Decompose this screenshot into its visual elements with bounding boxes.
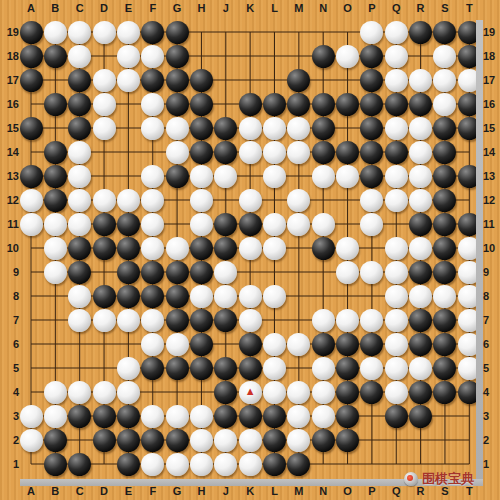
black-stone [93,405,116,428]
white-stone [385,189,408,212]
black-stone [433,213,456,236]
black-stone [409,93,432,116]
coord-top-O: O [340,2,356,14]
black-stone [433,237,456,260]
white-stone [287,141,310,164]
white-stone [214,261,237,284]
black-stone [44,93,67,116]
white-stone [433,93,456,116]
black-stone [433,141,456,164]
black-stone [263,405,286,428]
white-stone [336,45,359,68]
black-stone [166,45,189,68]
white-stone [166,405,189,428]
white-stone [312,381,335,404]
white-stone [141,117,164,140]
black-stone [263,429,286,452]
coord-top-J: J [218,2,234,14]
black-stone [239,357,262,380]
black-stone [117,429,140,452]
white-stone [44,381,67,404]
coord-bottom-R: R [413,485,429,497]
black-stone [312,93,335,116]
coord-left-12: 12 [2,194,19,206]
white-stone [385,261,408,284]
white-stone [93,69,116,92]
black-stone [141,21,164,44]
coord-top-T: T [461,2,477,14]
white-stone [287,117,310,140]
black-stone [190,309,213,332]
white-stone [263,117,286,140]
coord-right-15: 15 [483,122,500,134]
black-stone [68,93,91,116]
white-stone [68,165,91,188]
black-stone [336,405,359,428]
white-stone [385,21,408,44]
coord-left-9: 9 [2,266,19,278]
white-stone [263,213,286,236]
coord-left-2: 2 [2,434,19,446]
white-stone [166,237,189,260]
coord-bottom-M: M [291,485,307,497]
white-stone [336,261,359,284]
coord-left-8: 8 [2,290,19,302]
white-stone [409,357,432,380]
coord-top-L: L [267,2,283,14]
black-stone [360,333,383,356]
white-stone [93,381,116,404]
white-stone [239,285,262,308]
black-stone [312,333,335,356]
coord-right-16: 16 [483,98,500,110]
white-stone [385,45,408,68]
black-stone [433,165,456,188]
white-stone [385,117,408,140]
coord-left-18: 18 [2,50,19,62]
white-stone [44,213,67,236]
black-stone [214,309,237,332]
white-stone [141,309,164,332]
coord-right-12: 12 [483,194,500,206]
coord-top-B: B [47,2,63,14]
white-stone [239,237,262,260]
coord-right-18: 18 [483,50,500,62]
black-stone [20,117,43,140]
black-stone [166,285,189,308]
black-stone [117,261,140,284]
white-stone [360,189,383,212]
black-stone [166,21,189,44]
coord-left-1: 1 [2,458,19,470]
black-stone [44,429,67,452]
go-app-window: ▲ 围棋宝典 AABBCCDDEEFFGGHHJJKKLLMMNNOOPPQQR… [0,0,500,500]
coord-top-N: N [315,2,331,14]
black-stone [433,261,456,284]
black-stone [166,357,189,380]
white-stone [141,405,164,428]
coord-top-Q: Q [388,2,404,14]
white-stone [44,261,67,284]
white-stone [336,165,359,188]
white-stone [263,285,286,308]
black-stone [117,453,140,476]
white-stone [93,189,116,212]
coord-left-5: 5 [2,362,19,374]
white-stone [385,237,408,260]
white-stone [190,165,213,188]
black-stone [214,405,237,428]
white-stone [190,285,213,308]
white-stone [166,333,189,356]
white-stone [263,357,286,380]
white-stone [44,21,67,44]
black-stone [141,357,164,380]
white-stone [385,309,408,332]
black-stone [287,93,310,116]
white-stone [166,141,189,164]
black-stone [190,141,213,164]
white-stone [44,237,67,260]
white-stone [117,45,140,68]
white-stone [117,189,140,212]
black-stone [93,237,116,260]
black-stone [93,213,116,236]
black-stone [409,381,432,404]
black-stone [336,93,359,116]
white-stone [263,237,286,260]
white-stone [263,381,286,404]
white-stone [93,93,116,116]
black-stone [44,165,67,188]
coord-left-13: 13 [2,170,19,182]
white-stone [385,357,408,380]
black-stone [214,213,237,236]
black-stone [214,141,237,164]
white-stone [141,213,164,236]
white-stone [190,405,213,428]
black-stone [44,453,67,476]
white-stone [385,165,408,188]
coord-bottom-C: C [72,485,88,497]
black-stone [336,381,359,404]
white-stone [141,453,164,476]
black-stone [360,45,383,68]
white-stone [312,309,335,332]
coord-left-3: 3 [2,410,19,422]
coord-left-19: 19 [2,26,19,38]
white-stone [117,69,140,92]
white-stone [166,453,189,476]
black-stone [239,93,262,116]
coord-bottom-K: K [242,485,258,497]
black-stone [190,93,213,116]
coord-top-E: E [120,2,136,14]
coord-top-F: F [145,2,161,14]
coord-bottom-B: B [47,485,63,497]
black-stone [312,117,335,140]
coord-top-S: S [437,2,453,14]
black-stone [385,93,408,116]
black-stone [117,213,140,236]
black-stone [20,45,43,68]
coord-right-1: 1 [483,458,500,470]
white-stone [409,117,432,140]
coord-top-D: D [96,2,112,14]
coord-bottom-H: H [193,485,209,497]
white-stone [409,285,432,308]
black-stone [409,213,432,236]
white-stone [287,405,310,428]
coord-bottom-T: T [461,485,477,497]
black-stone [20,69,43,92]
coord-left-17: 17 [2,74,19,86]
black-stone [312,429,335,452]
coord-bottom-A: A [23,485,39,497]
coord-top-A: A [23,2,39,14]
white-stone [190,189,213,212]
black-stone [336,141,359,164]
white-stone [68,21,91,44]
coord-left-4: 4 [2,386,19,398]
black-stone [141,69,164,92]
coord-bottom-Q: Q [388,485,404,497]
black-stone [44,45,67,68]
black-stone [239,405,262,428]
coord-bottom-E: E [120,485,136,497]
white-stone [263,141,286,164]
black-stone [141,285,164,308]
black-stone [433,333,456,356]
white-stone [68,213,91,236]
coord-bottom-J: J [218,485,234,497]
coord-top-P: P [364,2,380,14]
black-stone [263,93,286,116]
white-stone [214,165,237,188]
black-stone [166,309,189,332]
black-stone [190,69,213,92]
coord-bottom-D: D [96,485,112,497]
white-stone [360,21,383,44]
black-stone [166,93,189,116]
white-stone [117,309,140,332]
black-stone [360,117,383,140]
coord-left-7: 7 [2,314,19,326]
white-stone [239,141,262,164]
black-stone [68,453,91,476]
black-stone [190,117,213,140]
white-stone [141,189,164,212]
white-stone [68,189,91,212]
coord-top-R: R [413,2,429,14]
black-stone [312,45,335,68]
coord-left-6: 6 [2,338,19,350]
white-stone [385,333,408,356]
black-stone [360,93,383,116]
black-stone [141,429,164,452]
coord-right-8: 8 [483,290,500,302]
coord-right-2: 2 [483,434,500,446]
white-stone [93,309,116,332]
black-stone [360,69,383,92]
coord-left-15: 15 [2,122,19,134]
white-stone [117,357,140,380]
white-stone [214,285,237,308]
black-stone [117,405,140,428]
black-stone [68,237,91,260]
white-stone [214,429,237,452]
white-stone [312,213,335,236]
coord-left-10: 10 [2,242,19,254]
black-stone [214,381,237,404]
coord-bottom-G: G [169,485,185,497]
white-stone [239,429,262,452]
coord-right-11: 11 [483,218,500,230]
white-stone [409,165,432,188]
white-stone [312,165,335,188]
white-stone [409,69,432,92]
white-stone [360,357,383,380]
white-stone [239,189,262,212]
coord-top-C: C [72,2,88,14]
black-stone [263,453,286,476]
board-shadow-right [476,20,483,486]
white-stone [263,333,286,356]
coord-top-G: G [169,2,185,14]
black-stone [287,453,310,476]
white-stone [409,237,432,260]
black-stone [239,213,262,236]
black-stone [312,237,335,260]
white-stone [68,285,91,308]
white-stone [287,381,310,404]
coord-right-3: 3 [483,410,500,422]
white-stone [385,381,408,404]
black-stone [68,69,91,92]
black-stone [166,69,189,92]
white-stone [287,333,310,356]
coord-left-16: 16 [2,98,19,110]
white-stone [20,429,43,452]
black-stone [166,165,189,188]
black-stone [141,261,164,284]
black-stone [68,405,91,428]
black-stone [336,429,359,452]
white-stone [409,141,432,164]
white-stone [409,189,432,212]
black-stone [433,357,456,380]
white-stone [360,309,383,332]
white-stone [20,405,43,428]
black-stone [433,381,456,404]
black-stone [239,333,262,356]
white-stone [190,213,213,236]
black-stone [409,333,432,356]
black-stone [93,429,116,452]
black-stone [433,21,456,44]
black-stone [190,357,213,380]
white-stone [117,381,140,404]
black-stone [409,21,432,44]
coord-left-14: 14 [2,146,19,158]
black-stone [190,237,213,260]
black-stone [360,165,383,188]
white-stone [385,285,408,308]
black-stone [117,285,140,308]
white-stone [141,237,164,260]
black-stone [385,405,408,428]
coord-right-10: 10 [483,242,500,254]
white-stone [336,309,359,332]
coord-right-13: 13 [483,170,500,182]
white-stone [360,213,383,236]
black-stone [44,141,67,164]
white-stone [93,117,116,140]
black-stone [409,261,432,284]
coord-bottom-P: P [364,485,380,497]
black-stone [20,165,43,188]
black-stone [336,333,359,356]
coord-right-7: 7 [483,314,500,326]
white-stone [141,93,164,116]
black-stone [409,309,432,332]
black-stone [93,285,116,308]
white-stone [93,21,116,44]
black-stone [336,357,359,380]
white-stone [68,309,91,332]
black-stone [166,261,189,284]
black-stone [166,429,189,452]
white-stone [287,429,310,452]
black-stone [20,21,43,44]
white-stone [166,117,189,140]
white-stone [117,21,140,44]
white-stone [385,69,408,92]
white-stone [141,333,164,356]
white-stone [190,453,213,476]
coord-bottom-F: F [145,485,161,497]
white-stone [433,69,456,92]
white-stone [433,285,456,308]
black-stone [433,309,456,332]
coord-right-14: 14 [483,146,500,158]
coord-top-M: M [291,2,307,14]
black-stone [287,69,310,92]
black-stone [385,141,408,164]
black-stone [433,117,456,140]
coord-bottom-N: N [315,485,331,497]
white-stone [68,45,91,68]
black-stone [214,237,237,260]
coord-right-4: 4 [483,386,500,398]
black-stone [117,237,140,260]
black-stone [409,405,432,428]
black-stone [68,117,91,140]
black-stone [360,141,383,164]
white-stone [287,213,310,236]
coord-left-11: 11 [2,218,19,230]
white-stone [141,165,164,188]
white-stone [239,381,262,404]
white-stone [20,189,43,212]
coord-right-5: 5 [483,362,500,374]
black-stone [312,141,335,164]
white-stone [239,309,262,332]
black-stone [68,261,91,284]
white-stone [433,45,456,68]
white-stone [287,189,310,212]
black-stone [433,189,456,212]
